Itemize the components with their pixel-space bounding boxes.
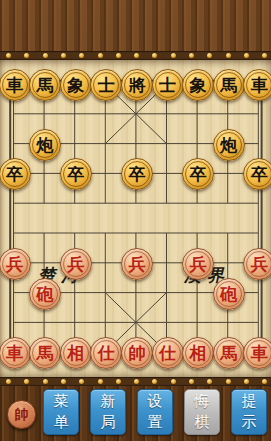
nail-stud: [226, 53, 231, 58]
nail-stud: [6, 53, 11, 58]
nail-stud: [207, 379, 212, 384]
nail-stud: [171, 379, 176, 384]
nail-stud: [79, 53, 84, 58]
nail-stud: [24, 379, 29, 384]
button-settings[interactable]: 设置: [137, 389, 173, 435]
button-label: 菜单: [53, 391, 69, 433]
app: 楚河 漢界 車馬象士將士象馬車炮炮卒卒卒卒卒兵兵兵兵兵砲砲車馬相仕帥仕相馬車 帥…: [0, 0, 271, 441]
nail-strip-top: [0, 51, 271, 60]
nail-stud: [6, 379, 11, 384]
nail-strip-bottom: [0, 377, 271, 386]
nail-stud: [79, 379, 84, 384]
nail-stud: [189, 53, 194, 58]
button-label: 悔棋: [194, 391, 210, 433]
toolbar-buttons: 菜单新局设置悔棋提示: [43, 389, 267, 435]
nail-stud: [152, 379, 157, 384]
nail-stud: [207, 53, 212, 58]
board-grid: [0, 60, 271, 377]
nail-stud: [116, 379, 121, 384]
nail-stud: [171, 53, 176, 58]
button-menu[interactable]: 菜单: [43, 389, 79, 435]
nail-stud: [24, 53, 29, 58]
toolbar: 帥 菜单新局设置悔棋提示: [0, 386, 271, 441]
nail-stud: [98, 379, 103, 384]
button-new-game[interactable]: 新局: [90, 389, 126, 435]
nail-stud: [43, 379, 48, 384]
nail-stud: [134, 53, 139, 58]
nail-stud: [134, 379, 139, 384]
nail-stud: [61, 379, 66, 384]
board[interactable]: 楚河 漢界: [0, 60, 271, 377]
button-undo[interactable]: 悔棋: [184, 389, 220, 435]
nail-stud: [189, 379, 194, 384]
nail-stud: [262, 379, 267, 384]
river-label-left: 楚河: [34, 264, 88, 287]
turn-indicator-button[interactable]: 帥: [7, 400, 36, 429]
nail-stud: [226, 379, 231, 384]
nail-stud: [98, 53, 103, 58]
nail-stud: [116, 53, 121, 58]
nail-stud: [244, 53, 249, 58]
button-label: 新局: [100, 391, 116, 433]
button-label: 设置: [147, 391, 163, 433]
river-label-right: 漢界: [180, 264, 234, 287]
button-label: 提示: [241, 391, 257, 433]
wood-frame-top: [0, 0, 271, 51]
nail-stud: [43, 53, 48, 58]
nail-stud: [152, 53, 157, 58]
nail-stud: [244, 379, 249, 384]
nail-stud: [262, 53, 267, 58]
nail-stud: [61, 53, 66, 58]
button-hint[interactable]: 提示: [231, 389, 267, 435]
turn-indicator-glyph: 帥: [15, 406, 29, 424]
